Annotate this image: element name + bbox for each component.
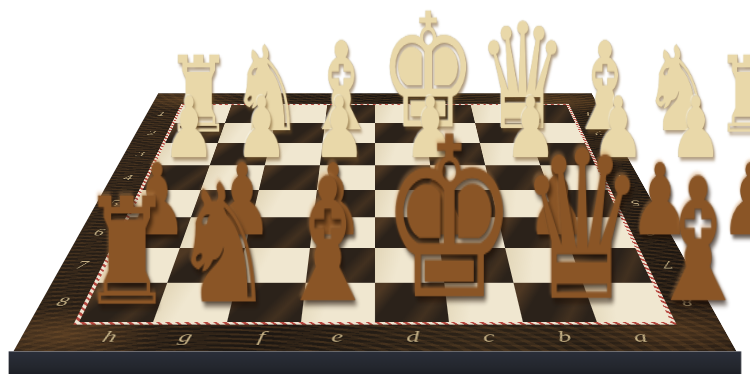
- file-label-h: h: [67, 327, 152, 348]
- piece-cell-f8: ♝: [274, 247, 381, 322]
- black-knight-g8[interactable]: ♞: [173, 168, 275, 324]
- black-rook-h8[interactable]: ♜: [81, 182, 173, 323]
- file-labels-bottom: hgfedcba: [67, 327, 684, 348]
- piece-cell-d8: ♛: [502, 247, 648, 322]
- square-e2[interactable]: [323, 123, 375, 143]
- file-label-g: g: [144, 327, 226, 348]
- square-e1[interactable]: [325, 105, 375, 123]
- file-label-a: a: [599, 327, 684, 348]
- square-f1[interactable]: [275, 105, 327, 123]
- black-bishop-c8[interactable]: ♝: [646, 162, 750, 324]
- square-g2[interactable]: [218, 123, 275, 143]
- piece-cell-e8: ♚: [380, 247, 519, 322]
- black-bishop-f8[interactable]: ♝: [275, 162, 381, 324]
- board-front-edge: [9, 351, 742, 374]
- file-label-c: c: [450, 327, 530, 348]
- square-h1[interactable]: [175, 105, 232, 123]
- file-label-b: b: [524, 327, 606, 348]
- square-g1[interactable]: [225, 105, 279, 123]
- chess-board: hgfedcba 12345678 12345678 ♜♞♝♚♛♝♞♜♟♟♟♟♟…: [13, 93, 736, 351]
- file-label-e: e: [298, 327, 375, 348]
- piece-cell-g8: ♞: [172, 247, 287, 322]
- square-f2[interactable]: [270, 123, 325, 143]
- black-queen-d8[interactable]: ♛: [518, 129, 646, 325]
- square-h2[interactable]: [165, 123, 225, 143]
- file-label-d: d: [375, 327, 452, 348]
- file-label-f: f: [221, 327, 301, 348]
- photo-scene: hgfedcba 12345678 12345678 ♜♞♝♚♛♝♞♜♟♟♟♟♟…: [0, 0, 750, 374]
- black-king-e8[interactable]: ♚: [381, 114, 518, 325]
